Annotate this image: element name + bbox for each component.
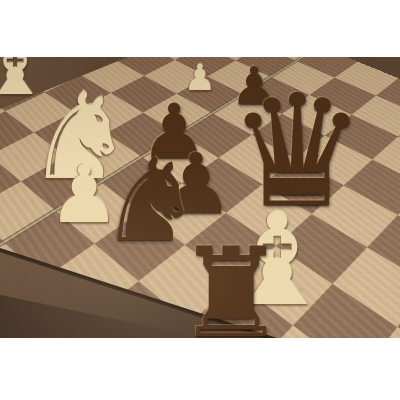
white-margin-bottom — [0, 338, 400, 400]
piece-black-rook-c1: ♜ — [175, 231, 286, 338]
chess-photo: ♝♟♟♟♞♛♟♟♞♝♜ — [0, 57, 400, 338]
screenshot-canvas: ♝♟♟♟♞♛♟♟♞♝♜ — [0, 0, 400, 400]
white-margin-top — [0, 0, 400, 57]
